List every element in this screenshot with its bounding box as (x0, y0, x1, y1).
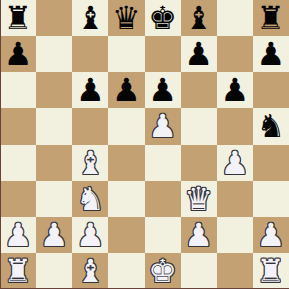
square-c4[interactable]: ♝ (72, 145, 108, 181)
piece-black-king: ♚ (148, 0, 177, 36)
square-a7[interactable]: ♟ (0, 36, 36, 72)
square-c8[interactable]: ♝ (72, 0, 108, 36)
square-f7[interactable]: ♟ (181, 36, 217, 72)
square-a8[interactable]: ♜ (0, 0, 36, 36)
square-g1[interactable] (217, 253, 253, 289)
square-b6[interactable] (36, 72, 72, 108)
square-a3[interactable] (0, 181, 36, 217)
chess-board: ♜♝♛♚♝♜♟♟♟♟♟♟♟♟♞♝♟♞♛♟♟♟♟♟♜♝♚♜ (0, 0, 289, 289)
square-h5[interactable]: ♞ (253, 108, 289, 144)
piece-black-pawn: ♟ (220, 72, 249, 108)
piece-white-pawn: ♟ (184, 217, 213, 253)
piece-white-rook: ♜ (257, 253, 286, 289)
piece-black-queen: ♛ (112, 0, 141, 36)
square-d2[interactable] (108, 217, 144, 253)
square-b5[interactable] (36, 108, 72, 144)
square-h6[interactable] (253, 72, 289, 108)
square-g8[interactable] (217, 0, 253, 36)
piece-white-pawn: ♟ (257, 217, 286, 253)
square-g4[interactable]: ♟ (217, 145, 253, 181)
square-a4[interactable] (0, 145, 36, 181)
square-d4[interactable] (108, 145, 144, 181)
square-c3[interactable]: ♞ (72, 181, 108, 217)
square-e3[interactable] (145, 181, 181, 217)
square-b1[interactable] (36, 253, 72, 289)
square-h1[interactable]: ♜ (253, 253, 289, 289)
square-f3[interactable]: ♛ (181, 181, 217, 217)
square-e2[interactable] (145, 217, 181, 253)
piece-white-queen: ♛ (184, 181, 213, 217)
square-a1[interactable]: ♜ (0, 253, 36, 289)
piece-black-pawn: ♟ (184, 36, 213, 72)
square-g5[interactable] (217, 108, 253, 144)
piece-white-knight: ♞ (76, 181, 105, 217)
piece-black-pawn: ♟ (148, 72, 177, 108)
square-c1[interactable]: ♝ (72, 253, 108, 289)
square-c5[interactable] (72, 108, 108, 144)
square-g7[interactable] (217, 36, 253, 72)
square-c6[interactable]: ♟ (72, 72, 108, 108)
square-f6[interactable] (181, 72, 217, 108)
piece-black-pawn: ♟ (76, 72, 105, 108)
square-a6[interactable] (0, 72, 36, 108)
square-d7[interactable] (108, 36, 144, 72)
piece-black-bishop: ♝ (76, 0, 105, 36)
piece-white-pawn: ♟ (148, 108, 177, 144)
piece-black-pawn: ♟ (257, 36, 286, 72)
square-g6[interactable]: ♟ (217, 72, 253, 108)
square-c2[interactable]: ♟ (72, 217, 108, 253)
piece-black-rook: ♜ (4, 0, 33, 36)
piece-black-rook: ♜ (257, 0, 286, 36)
square-e6[interactable]: ♟ (145, 72, 181, 108)
square-b8[interactable] (36, 0, 72, 36)
square-g3[interactable] (217, 181, 253, 217)
square-h7[interactable]: ♟ (253, 36, 289, 72)
piece-white-pawn: ♟ (4, 217, 33, 253)
piece-white-bishop: ♝ (76, 253, 105, 289)
square-b7[interactable] (36, 36, 72, 72)
piece-black-bishop: ♝ (184, 0, 213, 36)
square-f1[interactable] (181, 253, 217, 289)
square-h8[interactable]: ♜ (253, 0, 289, 36)
square-e4[interactable] (145, 145, 181, 181)
square-d1[interactable] (108, 253, 144, 289)
square-h3[interactable] (253, 181, 289, 217)
square-a2[interactable]: ♟ (0, 217, 36, 253)
square-a5[interactable] (0, 108, 36, 144)
square-d3[interactable] (108, 181, 144, 217)
square-e5[interactable]: ♟ (145, 108, 181, 144)
piece-white-rook: ♜ (4, 253, 33, 289)
square-e8[interactable]: ♚ (145, 0, 181, 36)
square-e1[interactable]: ♚ (145, 253, 181, 289)
square-d5[interactable] (108, 108, 144, 144)
piece-white-pawn: ♟ (76, 217, 105, 253)
piece-black-pawn: ♟ (112, 72, 141, 108)
piece-black-knight: ♞ (257, 108, 286, 144)
square-f2[interactable]: ♟ (181, 217, 217, 253)
piece-white-bishop: ♝ (76, 145, 105, 181)
piece-white-pawn: ♟ (220, 145, 249, 181)
piece-white-king: ♚ (148, 253, 177, 289)
square-h4[interactable] (253, 145, 289, 181)
square-h2[interactable]: ♟ (253, 217, 289, 253)
piece-black-pawn: ♟ (4, 36, 33, 72)
square-d6[interactable]: ♟ (108, 72, 144, 108)
square-b3[interactable] (36, 181, 72, 217)
square-g2[interactable] (217, 217, 253, 253)
square-e7[interactable] (145, 36, 181, 72)
square-f8[interactable]: ♝ (181, 0, 217, 36)
square-f4[interactable] (181, 145, 217, 181)
square-d8[interactable]: ♛ (108, 0, 144, 36)
piece-white-pawn: ♟ (40, 217, 69, 253)
square-b2[interactable]: ♟ (36, 217, 72, 253)
square-f5[interactable] (181, 108, 217, 144)
square-b4[interactable] (36, 145, 72, 181)
square-c7[interactable] (72, 36, 108, 72)
